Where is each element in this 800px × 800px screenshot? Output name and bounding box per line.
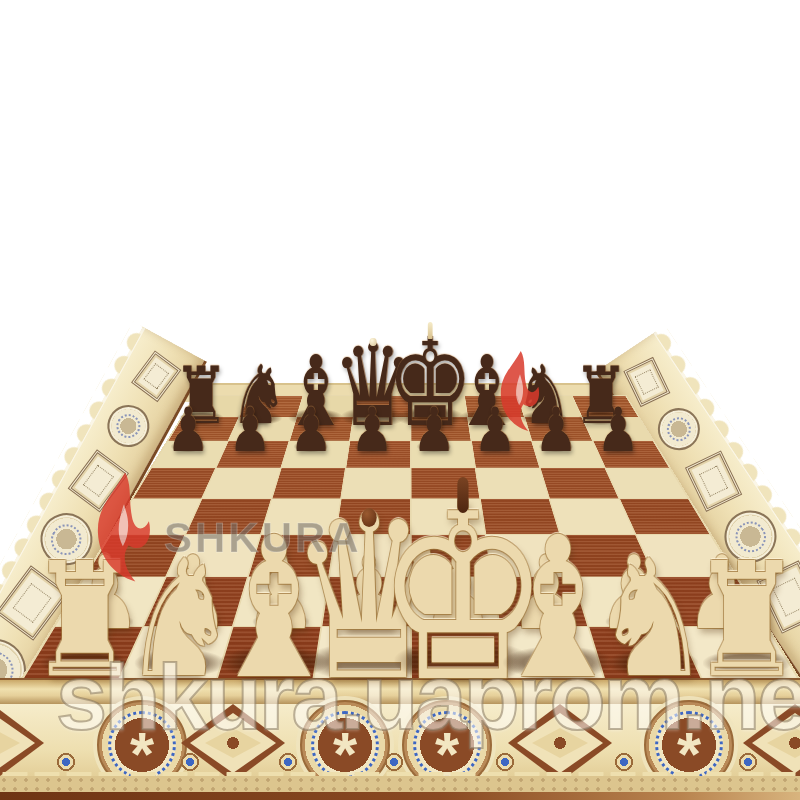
square-e7 <box>411 417 470 440</box>
square-c2 <box>234 577 329 626</box>
dot-ornament <box>180 752 200 772</box>
dot-ornament <box>56 752 76 772</box>
square-d8 <box>354 396 410 417</box>
rosette-ornament <box>100 398 157 455</box>
square-c4 <box>261 499 340 534</box>
square-c7 <box>290 417 353 440</box>
square-e3 <box>411 535 491 576</box>
diamond-ornament <box>0 704 44 782</box>
square-a8 <box>183 396 248 417</box>
square-g6 <box>532 441 604 468</box>
square-a5 <box>133 468 215 498</box>
diamond-ornament <box>623 356 670 406</box>
square-d7 <box>351 417 410 440</box>
square-d2 <box>322 577 409 626</box>
square-f4 <box>481 499 560 534</box>
diamond-ornament <box>181 704 285 782</box>
square-f5 <box>476 468 549 498</box>
diamond-ornament <box>508 704 612 782</box>
square-d6 <box>346 441 409 468</box>
square-a7 <box>169 417 239 440</box>
square-e4 <box>411 499 484 534</box>
dot-ornament <box>495 752 515 772</box>
product-photo-chess-set: ♜♞♝♛♚♝♞♜♟♟♟♟♟♟♟♟♟♟♟♟♟♟♟♟♜♞♝♛♚♝♞♜ SHKURA … <box>0 0 800 800</box>
square-g5 <box>541 468 618 498</box>
diamond-ornament <box>685 450 742 511</box>
square-h6 <box>593 441 669 468</box>
square-g8 <box>519 396 581 417</box>
square-d3 <box>330 535 410 576</box>
square-a6 <box>152 441 228 468</box>
square-f7 <box>468 417 531 440</box>
square-f2 <box>493 577 588 626</box>
square-e5 <box>411 468 479 498</box>
board-bottom-ornament-border <box>0 704 800 780</box>
square-f8 <box>465 396 524 417</box>
dot-ornament <box>278 752 298 772</box>
diamond-ornament <box>68 449 129 512</box>
square-e8 <box>411 396 467 417</box>
square-b8 <box>240 396 302 417</box>
square-b7 <box>229 417 296 440</box>
square-b4 <box>186 499 270 534</box>
diamond-ornament <box>131 350 181 402</box>
dot-ornament <box>738 752 758 772</box>
square-c5 <box>272 468 345 498</box>
square-d4 <box>336 499 409 534</box>
square-e6 <box>411 441 474 468</box>
dot-ornament <box>384 752 404 772</box>
board-side-edge <box>0 792 800 800</box>
square-f3 <box>486 535 572 576</box>
square-h8 <box>572 396 637 417</box>
square-b5 <box>203 468 280 498</box>
square-c8 <box>297 396 356 417</box>
square-d5 <box>342 468 410 498</box>
square-h7 <box>582 417 652 440</box>
square-e2 <box>411 577 498 626</box>
square-c6 <box>282 441 350 468</box>
square-g7 <box>525 417 592 440</box>
dot-ornament <box>614 752 634 772</box>
square-c3 <box>249 535 335 576</box>
square-f6 <box>472 441 540 468</box>
square-b6 <box>217 441 289 468</box>
